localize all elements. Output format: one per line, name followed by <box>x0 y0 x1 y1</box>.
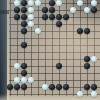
white-stone <box>28 7 34 13</box>
black-stone <box>49 0 55 6</box>
black-stone <box>91 84 97 90</box>
black-stone <box>21 42 27 48</box>
grid-hline <box>9 94 100 95</box>
board-left-frame <box>0 0 7 100</box>
grid-vline <box>80 0 81 96</box>
black-stone <box>21 7 27 13</box>
black-stone <box>63 14 69 20</box>
grid-vline <box>94 0 95 96</box>
black-stone <box>84 28 90 34</box>
white-stone <box>28 21 34 27</box>
white-stone <box>84 7 90 13</box>
black-stone <box>21 84 27 90</box>
white-stone <box>91 56 97 62</box>
black-stone <box>21 0 27 6</box>
white-stone <box>77 91 83 97</box>
black-stone <box>21 14 27 20</box>
white-stone <box>35 28 41 34</box>
black-stone <box>56 63 62 69</box>
grid-vline <box>38 0 39 96</box>
black-stone <box>84 84 90 90</box>
white-stone <box>42 84 48 90</box>
black-stone <box>42 7 48 13</box>
grid-hline <box>9 38 100 39</box>
black-stone <box>14 14 20 20</box>
black-stone <box>14 7 20 13</box>
grid-vline <box>73 0 74 96</box>
grid-vline <box>10 0 11 96</box>
white-stone <box>35 0 41 6</box>
frame-shadow-smudge <box>0 10 9 14</box>
black-stone <box>56 21 62 27</box>
black-stone <box>42 14 48 20</box>
grid-vline <box>87 0 88 96</box>
black-stone <box>21 28 27 34</box>
white-stone <box>28 0 34 6</box>
black-stone <box>77 28 83 34</box>
white-stone <box>77 0 83 6</box>
white-stone <box>91 91 97 97</box>
black-stone <box>49 84 55 90</box>
white-stone <box>91 0 97 6</box>
black-stone <box>7 84 13 90</box>
black-stone <box>56 14 62 20</box>
black-stone <box>63 84 69 90</box>
black-stone <box>84 63 90 69</box>
black-stone <box>49 7 55 13</box>
white-stone <box>14 77 20 83</box>
black-stone <box>21 70 27 76</box>
go-board-photo <box>0 0 100 100</box>
black-stone <box>14 84 20 90</box>
white-stone <box>28 14 34 20</box>
grid-hline <box>9 52 100 53</box>
white-stone <box>14 0 20 6</box>
white-stone <box>21 77 27 83</box>
black-stone <box>84 56 90 62</box>
white-stone <box>14 63 20 69</box>
white-stone <box>56 0 62 6</box>
black-stone <box>21 63 27 69</box>
black-stone <box>56 84 62 90</box>
black-stone <box>91 7 97 13</box>
white-stone <box>70 7 76 13</box>
black-stone <box>49 14 55 20</box>
black-stone <box>21 21 27 27</box>
white-stone <box>28 77 34 83</box>
